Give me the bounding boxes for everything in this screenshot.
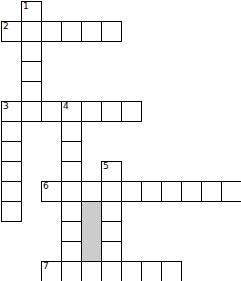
answer-cell-r5c4[interactable]: [81, 101, 102, 122]
answer-cell-r9c3[interactable]: [61, 181, 82, 202]
answer-cell-r1c3[interactable]: [61, 21, 82, 42]
answer-cell-r11c5[interactable]: [101, 221, 122, 242]
answer-cell-r5c2[interactable]: [41, 101, 62, 122]
answer-cell-r13c3[interactable]: [61, 261, 82, 281]
answer-cell-r9c0[interactable]: [1, 181, 22, 202]
answer-cell-r13c6[interactable]: [121, 261, 142, 281]
answer-cell-r9c6[interactable]: [121, 181, 142, 202]
answer-cell-r6c3[interactable]: [61, 121, 82, 142]
answer-cell-r8c0[interactable]: [1, 161, 22, 182]
shaded-answer-cell-r12c4[interactable]: [81, 241, 102, 262]
answer-cell-r7c3[interactable]: [61, 141, 82, 162]
answer-cell-r5c5[interactable]: [101, 101, 122, 122]
answer-cell-r11c3[interactable]: [61, 221, 82, 242]
answer-cell-r12c5[interactable]: [101, 241, 122, 262]
answer-cell-r8c5[interactable]: [101, 161, 122, 182]
answer-cell-r1c5[interactable]: [101, 21, 122, 42]
answer-cell-r5c6[interactable]: [121, 101, 142, 122]
answer-cell-r5c1[interactable]: [21, 101, 42, 122]
answer-cell-r13c5[interactable]: [101, 261, 122, 281]
answer-cell-r0c1[interactable]: [21, 1, 42, 22]
answer-cell-r13c2[interactable]: [41, 261, 62, 281]
answer-cell-r10c5[interactable]: [101, 201, 122, 222]
answer-cell-r13c8[interactable]: [161, 261, 182, 281]
answer-cell-r9c8[interactable]: [161, 181, 182, 202]
answer-cell-r13c4[interactable]: [81, 261, 102, 281]
answer-cell-r1c2[interactable]: [41, 21, 62, 42]
answer-cell-r9c11[interactable]: [221, 181, 241, 202]
answer-cell-r9c2[interactable]: [41, 181, 62, 202]
shaded-answer-cell-r10c4[interactable]: [81, 201, 102, 222]
answer-cell-r5c0[interactable]: [1, 101, 22, 122]
answer-cell-r9c9[interactable]: [181, 181, 202, 202]
answer-cell-r7c0[interactable]: [1, 141, 22, 162]
answer-cell-r9c10[interactable]: [201, 181, 222, 202]
crossword-grid: 1234567: [0, 0, 241, 281]
answer-cell-r13c7[interactable]: [141, 261, 162, 281]
answer-cell-r8c3[interactable]: [61, 161, 82, 182]
answer-cell-r1c1[interactable]: [21, 21, 42, 42]
answer-cell-r2c1[interactable]: [21, 41, 42, 62]
answer-cell-r3c1[interactable]: [21, 61, 42, 82]
answer-cell-r5c3[interactable]: [61, 101, 82, 122]
shaded-answer-cell-r11c4[interactable]: [81, 221, 102, 242]
answer-cell-r10c3[interactable]: [61, 201, 82, 222]
answer-cell-r1c4[interactable]: [81, 21, 102, 42]
answer-cell-r10c0[interactable]: [1, 201, 22, 222]
answer-cell-r9c4[interactable]: [81, 181, 102, 202]
answer-cell-r1c0[interactable]: [1, 21, 22, 42]
answer-cell-r12c3[interactable]: [61, 241, 82, 262]
answer-cell-r6c0[interactable]: [1, 121, 22, 142]
answer-cell-r9c5[interactable]: [101, 181, 122, 202]
answer-cell-r9c7[interactable]: [141, 181, 162, 202]
answer-cell-r4c1[interactable]: [21, 81, 42, 102]
